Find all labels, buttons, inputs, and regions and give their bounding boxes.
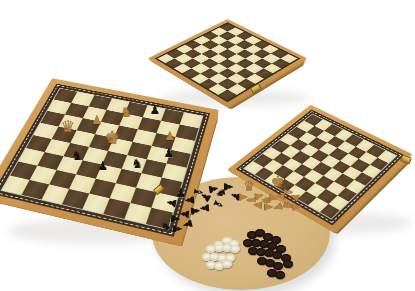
- loose-wood-piece[interactable]: ♟: [290, 201, 303, 213]
- wood-knight-piece[interactable]: ♞: [120, 105, 132, 118]
- loose-wood-piece[interactable]: ♟: [252, 200, 264, 211]
- loose-wood-piece[interactable]: ♛: [243, 179, 255, 192]
- wood-pawn-piece[interactable]: ♟: [165, 130, 176, 142]
- black-knight-piece[interactable]: ♞: [71, 149, 83, 162]
- white-checker-disc[interactable]: [230, 245, 240, 253]
- black-pawn-piece[interactable]: ♟: [150, 104, 161, 116]
- dark-checker-disc[interactable]: [283, 260, 293, 268]
- dark-checker-disc[interactable]: [275, 271, 285, 279]
- chess-set-product-photo: ♛♟♞♚♟♟♞♟♞♟♟♟♟♝♟♟♞♟♟♝♟♟♟♟♞♟♟♚♛♟♝♟♞♟♟♝♟♞♟♟…: [0, 0, 415, 291]
- black-pawn-piece[interactable]: ♟: [164, 147, 175, 159]
- wood-king-piece[interactable]: ♚: [104, 129, 119, 146]
- black-knight-piece[interactable]: ♞: [131, 157, 143, 170]
- black-pawn-piece[interactable]: ♟: [98, 160, 109, 172]
- wood-pawn-piece[interactable]: ♟: [92, 114, 103, 126]
- wood-queen-piece[interactable]: ♛: [61, 119, 75, 135]
- white-checker-disc[interactable]: [222, 260, 232, 268]
- board-frame: [227, 105, 412, 233]
